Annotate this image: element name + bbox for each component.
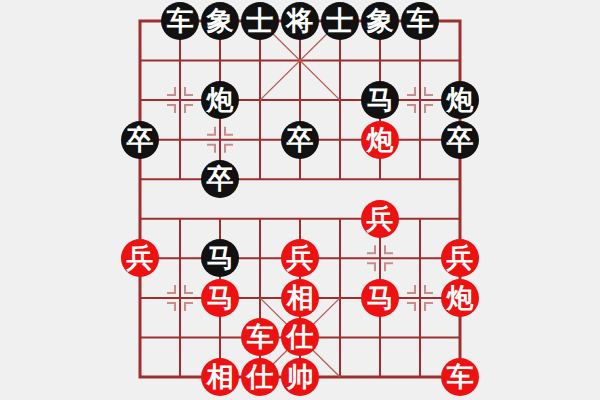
piece-red-elephant-e7[interactable]: 相 [281,279,319,317]
piece-black-soldier-c4[interactable]: 卒 [201,160,239,198]
piece-black-soldier-e3[interactable]: 卒 [281,121,319,159]
piece-red-elephant-c9[interactable]: 相 [201,358,239,396]
piece-black-soldier-i3[interactable]: 卒 [441,121,479,159]
piece-red-advisor-e8[interactable]: 仕 [281,318,319,356]
piece-red-advisor-d9[interactable]: 仕 [241,358,279,396]
piece-black-chariot-h0[interactable]: 车 [401,2,439,40]
piece-black-cannon-c2[interactable]: 炮 [201,81,239,119]
piece-black-horse-g2[interactable]: 马 [361,81,399,119]
piece-black-horse-c6[interactable]: 马 [201,239,239,277]
xiangqi-board: 车象士将士象车炮马炮卒卒炮卒卒兵兵马兵兵马相马炮车仕相仕帅车 [0,0,600,400]
piece-red-soldier-i6[interactable]: 兵 [441,239,479,277]
piece-black-chariot-b0[interactable]: 车 [161,2,199,40]
piece-black-soldier-a3[interactable]: 卒 [121,121,159,159]
piece-black-elephant-g0[interactable]: 象 [361,2,399,40]
piece-red-soldier-e6[interactable]: 兵 [281,239,319,277]
piece-red-horse-c7[interactable]: 马 [201,279,239,317]
piece-black-advisor-f0[interactable]: 士 [321,2,359,40]
piece-black-elephant-c0[interactable]: 象 [201,2,239,40]
piece-black-cannon-i2[interactable]: 炮 [441,81,479,119]
piece-red-general-e9[interactable]: 帅 [281,358,319,396]
piece-red-soldier-a6[interactable]: 兵 [121,239,159,277]
piece-black-advisor-d0[interactable]: 士 [241,2,279,40]
piece-red-cannon-i7[interactable]: 炮 [441,279,479,317]
piece-black-general-e0[interactable]: 将 [281,2,319,40]
piece-red-cannon-g3[interactable]: 炮 [361,121,399,159]
piece-red-soldier-g5[interactable]: 兵 [361,200,399,238]
piece-red-chariot-i9[interactable]: 车 [441,358,479,396]
piece-red-chariot-d8[interactable]: 车 [241,318,279,356]
pieces-layer: 车象士将士象车炮马炮卒卒炮卒卒兵兵马兵兵马相马炮车仕相仕帅车 [0,0,600,400]
piece-red-horse-g7[interactable]: 马 [361,279,399,317]
